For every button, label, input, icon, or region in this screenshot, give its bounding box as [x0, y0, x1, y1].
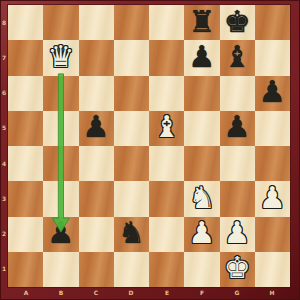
square-e3[interactable]: [149, 181, 184, 216]
square-g3[interactable]: [220, 181, 255, 216]
square-b5[interactable]: [43, 111, 78, 146]
square-h6[interactable]: ♟: [255, 76, 290, 111]
square-e4[interactable]: [149, 146, 184, 181]
square-c4[interactable]: [79, 146, 114, 181]
piece-white-knight[interactable]: ♞: [188, 183, 215, 213]
rank-label-4: 4: [1, 160, 8, 167]
rank-label-5: 5: [1, 125, 8, 132]
square-a2[interactable]: [8, 217, 43, 252]
square-h1[interactable]: [255, 252, 290, 287]
square-g2[interactable]: ♟: [220, 217, 255, 252]
square-f4[interactable]: [184, 146, 219, 181]
file-label-d: D: [123, 290, 140, 298]
square-h5[interactable]: [255, 111, 290, 146]
square-e1[interactable]: [149, 252, 184, 287]
square-g1[interactable]: ♚: [220, 252, 255, 287]
piece-white-pawn[interactable]: ♟: [188, 218, 215, 248]
file-label-g: G: [229, 290, 246, 298]
square-b6[interactable]: [43, 76, 78, 111]
square-b3[interactable]: [43, 181, 78, 216]
square-d7[interactable]: [114, 40, 149, 75]
square-e5[interactable]: ♝: [149, 111, 184, 146]
square-c6[interactable]: [79, 76, 114, 111]
square-g4[interactable]: [220, 146, 255, 181]
square-b8[interactable]: [43, 5, 78, 40]
square-f3[interactable]: ♞: [184, 181, 219, 216]
square-c5[interactable]: ♟: [79, 111, 114, 146]
square-c7[interactable]: [79, 40, 114, 75]
square-f8[interactable]: ♜: [184, 5, 219, 40]
square-b4[interactable]: [43, 146, 78, 181]
square-e8[interactable]: [149, 5, 184, 40]
square-c8[interactable]: [79, 5, 114, 40]
square-d8[interactable]: [114, 5, 149, 40]
file-label-e: E: [158, 290, 175, 298]
rank-label-3: 3: [1, 195, 8, 202]
piece-black-pawn[interactable]: ♟: [83, 112, 110, 142]
square-h3[interactable]: ♟: [255, 181, 290, 216]
square-a7[interactable]: [8, 40, 43, 75]
square-h7[interactable]: [255, 40, 290, 75]
square-a6[interactable]: [8, 76, 43, 111]
square-b2[interactable]: ♟: [43, 217, 78, 252]
square-e7[interactable]: [149, 40, 184, 75]
square-c1[interactable]: [79, 252, 114, 287]
square-a4[interactable]: [8, 146, 43, 181]
square-f7[interactable]: ♟: [184, 40, 219, 75]
piece-black-rook[interactable]: ♜: [188, 7, 215, 37]
square-c2[interactable]: [79, 217, 114, 252]
piece-black-knight[interactable]: ♞: [118, 218, 145, 248]
rank-label-6: 6: [1, 90, 8, 97]
piece-black-pawn[interactable]: ♟: [188, 42, 215, 72]
square-e6[interactable]: [149, 76, 184, 111]
chess-board-screenshot: ♜♚♛♟♝♟♟♝♟♞♟♟♞♟♟♚ 87654321ABCDEFGH: [0, 0, 300, 300]
square-d3[interactable]: [114, 181, 149, 216]
piece-white-pawn[interactable]: ♟: [259, 183, 286, 213]
piece-black-bishop[interactable]: ♝: [224, 42, 251, 72]
square-g6[interactable]: [220, 76, 255, 111]
square-g8[interactable]: ♚: [220, 5, 255, 40]
file-label-b: B: [52, 290, 69, 298]
square-b1[interactable]: [43, 252, 78, 287]
square-f5[interactable]: [184, 111, 219, 146]
square-e2[interactable]: [149, 217, 184, 252]
square-h8[interactable]: [255, 5, 290, 40]
square-d6[interactable]: [114, 76, 149, 111]
square-f2[interactable]: ♟: [184, 217, 219, 252]
square-g7[interactable]: ♝: [220, 40, 255, 75]
rank-label-2: 2: [1, 231, 8, 238]
square-g5[interactable]: ♟: [220, 111, 255, 146]
square-d5[interactable]: [114, 111, 149, 146]
square-a1[interactable]: [8, 252, 43, 287]
file-label-a: A: [17, 290, 34, 298]
square-h4[interactable]: [255, 146, 290, 181]
piece-white-queen[interactable]: ♛: [47, 42, 74, 72]
square-b7[interactable]: ♛: [43, 40, 78, 75]
square-f6[interactable]: [184, 76, 219, 111]
square-d1[interactable]: [114, 252, 149, 287]
piece-black-king[interactable]: ♚: [224, 7, 251, 37]
square-h2[interactable]: [255, 217, 290, 252]
piece-black-pawn[interactable]: ♟: [47, 218, 74, 248]
piece-white-king[interactable]: ♚: [224, 253, 251, 283]
square-a5[interactable]: [8, 111, 43, 146]
piece-black-pawn[interactable]: ♟: [224, 112, 251, 142]
square-f1[interactable]: [184, 252, 219, 287]
square-a8[interactable]: [8, 5, 43, 40]
chess-board: ♜♚♛♟♝♟♟♝♟♞♟♟♞♟♟♚: [8, 5, 290, 287]
rank-label-1: 1: [1, 266, 8, 273]
piece-white-pawn[interactable]: ♟: [224, 218, 251, 248]
file-label-c: C: [88, 290, 105, 298]
square-a3[interactable]: [8, 181, 43, 216]
square-d2[interactable]: ♞: [114, 217, 149, 252]
file-label-f: F: [193, 290, 210, 298]
square-c3[interactable]: [79, 181, 114, 216]
piece-black-pawn[interactable]: ♟: [259, 77, 286, 107]
piece-white-bishop[interactable]: ♝: [153, 112, 180, 142]
rank-label-8: 8: [1, 19, 8, 26]
file-label-h: H: [264, 290, 281, 298]
rank-label-7: 7: [1, 54, 8, 61]
square-d4[interactable]: [114, 146, 149, 181]
